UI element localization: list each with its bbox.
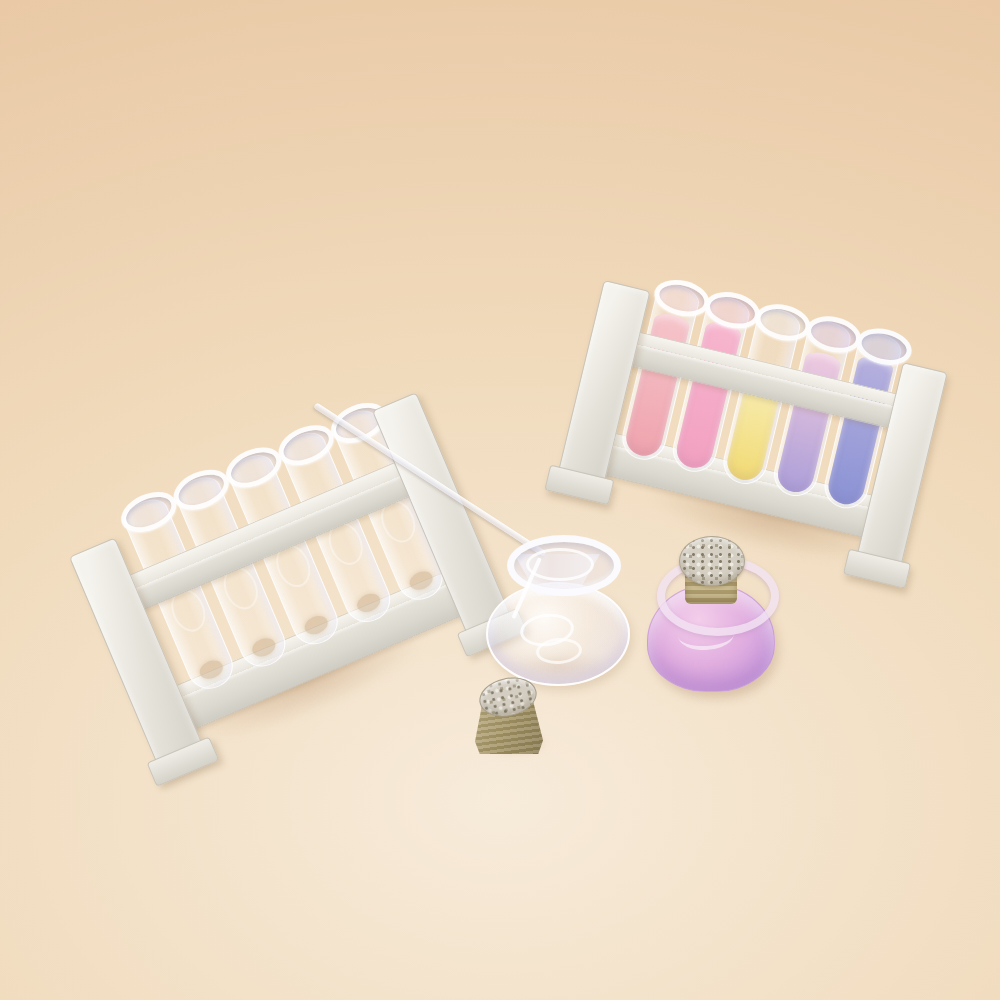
loose-cork (462, 676, 558, 764)
photo-canvas (0, 0, 1000, 1000)
empty-test-tube-rack (61, 384, 522, 788)
glass-flask (478, 538, 634, 686)
potion-bottle (638, 528, 780, 696)
bottle-cork-top (679, 536, 745, 586)
